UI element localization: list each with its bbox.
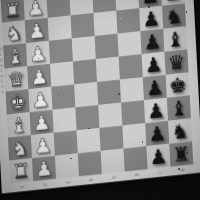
black-pawn[interactable]: ♟	[145, 77, 164, 99]
square-g7[interactable]: ♟	[145, 121, 169, 146]
dust-speck	[142, 141, 143, 143]
square-e1[interactable]: ♚	[6, 89, 30, 114]
square-c8[interactable]: ♝	[163, 26, 187, 51]
square-b1[interactable]: ♞	[2, 20, 26, 45]
black-knight[interactable]: ♞	[165, 5, 184, 27]
square-c7[interactable]: ♟	[140, 29, 164, 54]
black-knight[interactable]: ♞	[171, 120, 190, 142]
white-pawn[interactable]: ♟	[30, 66, 49, 88]
square-d4[interactable]	[73, 59, 97, 84]
rank-label-7: 7	[154, 161, 164, 185]
dust-speck	[183, 88, 185, 90]
dust-speck	[120, 18, 121, 19]
rank-label-4: 4	[86, 168, 96, 192]
square-g6[interactable]	[122, 123, 146, 148]
square-c4[interactable]	[72, 36, 96, 61]
square-f2[interactable]: ♟	[30, 110, 54, 135]
dust-speck	[178, 168, 180, 170]
square-b5[interactable]	[93, 11, 117, 36]
board-grid: ♜♟♟♜♞♟♟♞♝♟♟♝♛♟♟♛♚♟♟♚♝♟♟♝♞♟♟♞♜♟♟♜	[1, 0, 194, 184]
square-e3[interactable]	[51, 84, 75, 109]
rank-label-6: 6	[131, 163, 141, 187]
square-b2[interactable]: ♟	[25, 18, 49, 43]
square-f4[interactable]	[75, 105, 99, 130]
rank-label-8: 8	[177, 158, 187, 182]
photo-stage: ♜♟♟♜♞♟♟♞♝♟♟♝♛♟♟♛♚♟♟♚♝♟♟♝♞♟♟♞♜♟♟♜ 1234567…	[0, 0, 200, 200]
black-pawn[interactable]: ♟	[143, 31, 162, 53]
white-bishop[interactable]: ♝	[6, 45, 25, 67]
square-c1[interactable]: ♝	[3, 43, 27, 68]
black-pawn[interactable]: ♟	[148, 123, 167, 145]
square-f5[interactable]	[98, 103, 122, 128]
dust-speck	[148, 6, 150, 8]
square-g1[interactable]: ♞	[8, 135, 32, 160]
dust-speck	[118, 93, 120, 95]
dust-speck	[88, 128, 90, 129]
white-pawn[interactable]: ♟	[32, 112, 51, 134]
white-pawn[interactable]: ♟	[33, 135, 52, 157]
black-pawn[interactable]: ♟	[144, 54, 163, 76]
dust-speck	[58, 94, 59, 95]
square-g8[interactable]: ♞	[168, 118, 192, 143]
white-knight[interactable]: ♞	[11, 137, 30, 159]
dust-speck	[186, 11, 187, 13]
white-bishop[interactable]: ♝	[9, 114, 28, 136]
white-knight[interactable]: ♞	[4, 22, 23, 44]
white-pawn[interactable]: ♟	[26, 0, 45, 18]
dust-speck	[33, 28, 34, 29]
dust-speck	[38, 58, 39, 59]
white-pawn[interactable]: ♟	[29, 43, 48, 65]
black-bishop[interactable]: ♝	[169, 97, 188, 119]
chess-board: ♜♟♟♜♞♟♟♞♝♟♟♝♛♟♟♛♚♟♟♚♝♟♟♝♞♟♟♞♜♟♟♜ 1234567…	[0, 0, 200, 194]
square-e2[interactable]: ♟	[28, 87, 52, 112]
white-pawn[interactable]: ♟	[31, 89, 50, 111]
square-c3[interactable]	[49, 38, 73, 63]
rank-label-5: 5	[108, 165, 118, 189]
square-f3[interactable]	[52, 107, 76, 132]
dust-speck	[173, 38, 175, 39]
black-pawn[interactable]: ♟	[142, 8, 161, 30]
dust-speck	[70, 158, 72, 159]
white-king[interactable]: ♚	[8, 91, 27, 113]
black-bishop[interactable]: ♝	[166, 28, 185, 50]
black-king[interactable]: ♚	[168, 74, 187, 96]
rank-label-3: 3	[63, 170, 73, 194]
square-g3[interactable]	[54, 130, 78, 155]
black-queen[interactable]: ♛	[167, 51, 186, 73]
square-g4[interactable]	[77, 128, 101, 153]
dust-speck	[152, 57, 153, 58]
square-g2[interactable]: ♟	[31, 133, 55, 158]
square-d1[interactable]: ♛	[4, 66, 28, 91]
square-e4[interactable]	[74, 82, 98, 107]
square-g5[interactable]	[99, 126, 123, 151]
square-b4[interactable]	[71, 13, 95, 38]
square-a1[interactable]: ♜	[1, 0, 25, 23]
rank-label-1: 1	[17, 175, 27, 199]
square-b6[interactable]	[116, 8, 140, 33]
square-f1[interactable]: ♝	[7, 112, 31, 137]
square-d5[interactable]	[96, 57, 120, 82]
dust-speck	[187, 152, 188, 154]
rank-label-2: 2	[40, 173, 50, 197]
square-f8[interactable]: ♝	[167, 95, 191, 120]
square-d7[interactable]: ♟	[142, 52, 166, 77]
square-d6[interactable]	[119, 54, 143, 79]
square-b8[interactable]: ♞	[162, 3, 186, 28]
square-d3[interactable]	[50, 61, 74, 86]
square-c6[interactable]	[117, 31, 141, 56]
square-c2[interactable]: ♟	[26, 41, 50, 66]
dust-speck	[163, 118, 164, 119]
square-c5[interactable]	[95, 34, 119, 59]
white-rook[interactable]: ♜	[3, 0, 22, 21]
square-f6[interactable]	[121, 100, 145, 125]
square-d2[interactable]: ♟	[27, 64, 51, 89]
square-e7[interactable]: ♟	[143, 75, 167, 100]
square-d8[interactable]: ♛	[164, 49, 188, 74]
white-pawn[interactable]: ♟	[27, 20, 46, 42]
square-b7[interactable]: ♟	[139, 6, 163, 31]
square-f7[interactable]: ♟	[144, 98, 168, 123]
square-e6[interactable]	[120, 77, 144, 102]
square-b3[interactable]	[48, 15, 72, 40]
white-queen[interactable]: ♛	[7, 68, 26, 90]
square-e8[interactable]: ♚	[166, 72, 190, 97]
